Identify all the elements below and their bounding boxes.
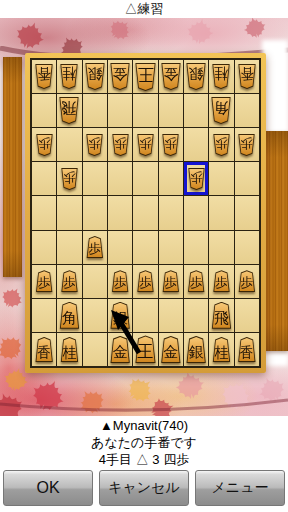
piece-wood-face: 桂 — [61, 65, 77, 88]
board-cell[interactable]: 歩 — [32, 265, 56, 298]
shogi-piece[interactable]: 歩 — [137, 134, 154, 156]
board-cell[interactable]: 角 — [57, 299, 81, 332]
piece-body: 銀 — [110, 302, 130, 329]
board-cell[interactable]: 香 — [235, 333, 259, 366]
piece-wood-face: 歩 — [113, 271, 128, 291]
piece-wood-face: 王 — [136, 336, 155, 362]
piece-kanji: 歩 — [164, 137, 177, 150]
shogi-piece[interactable]: 歩 — [36, 134, 53, 156]
shogi-piece[interactable]: 歩 — [238, 270, 255, 292]
piece-kanji: 歩 — [114, 276, 127, 289]
board-cell[interactable]: 銀 — [184, 333, 208, 366]
piece-kanji: 銀 — [189, 345, 204, 360]
piece-wood-face: 銀 — [187, 337, 205, 362]
piece-wood-face: 歩 — [239, 271, 254, 291]
piece-wood-face: 歩 — [138, 135, 153, 155]
piece-body: 金 — [110, 336, 130, 363]
shogi-piece[interactable]: 歩 — [188, 270, 205, 292]
piece-wood-face: 歩 — [214, 135, 229, 155]
shogi-piece[interactable]: 銀 — [85, 63, 105, 90]
board-cell[interactable]: 歩 — [57, 162, 81, 195]
piece-kanji: 飛 — [62, 100, 77, 115]
board-cell[interactable] — [235, 196, 259, 229]
piece-wood-face: 銀 — [187, 64, 205, 89]
board-cell[interactable] — [209, 231, 233, 264]
piece-body: 歩 — [162, 134, 179, 156]
piece-body: 歩 — [213, 270, 230, 292]
board-cell[interactable]: 歩 — [133, 128, 157, 161]
board-cell[interactable] — [235, 94, 259, 127]
board-cell[interactable]: 桂 — [209, 60, 233, 93]
board-cell[interactable]: 銀 — [108, 299, 132, 332]
shogi-piece[interactable]: 香 — [238, 337, 256, 362]
piece-wood-face: 飛 — [212, 303, 230, 328]
piece-kanji: 香 — [240, 345, 254, 359]
board-cell[interactable]: 歩 — [133, 265, 157, 298]
piece-wood-face: 香 — [239, 338, 255, 361]
piece-kanji: 金 — [113, 345, 128, 360]
board-cell[interactable]: 歩 — [83, 128, 107, 161]
board-cell[interactable] — [159, 94, 183, 127]
piece-wood-face: 王 — [136, 64, 155, 90]
shogi-piece[interactable]: 王 — [135, 63, 156, 91]
board-cell[interactable]: 歩 — [32, 128, 56, 161]
piece-kanji: 香 — [37, 67, 51, 81]
board-cell[interactable]: 銀 — [184, 60, 208, 93]
board-cell[interactable]: 歩 — [209, 265, 233, 298]
board-cell[interactable]: 金 — [108, 60, 132, 93]
piece-body: 飛 — [59, 97, 79, 124]
piece-body: 歩 — [61, 270, 78, 292]
piece-wood-face: 香 — [36, 338, 52, 361]
piece-kanji: 銀 — [189, 66, 204, 81]
turn-message: あなたの手番です — [0, 434, 288, 451]
piece-body: 歩 — [112, 270, 129, 292]
menu-button[interactable]: メニュー — [195, 470, 285, 506]
piece-body: 桂 — [60, 64, 78, 89]
shogi-piece[interactable]: 金 — [161, 63, 181, 90]
shogi-piece[interactable]: 王 — [135, 335, 156, 363]
piece-kanji: 金 — [163, 66, 178, 81]
shogi-piece[interactable]: 歩 — [112, 134, 129, 156]
board-cell[interactable]: 香 — [32, 60, 56, 93]
shogi-piece[interactable]: 歩 — [86, 134, 103, 156]
board-cell[interactable]: 歩 — [83, 231, 107, 264]
piece-kanji: 王 — [137, 66, 153, 82]
piece-body: 桂 — [212, 64, 230, 89]
piece-kanji: 歩 — [114, 137, 127, 150]
shogi-piece[interactable]: 歩 — [162, 134, 179, 156]
shogi-piece[interactable]: 歩 — [61, 270, 78, 292]
shogi-board: 香桂銀金王金銀桂香飛角歩歩歩歩歩歩歩歩歩歩歩歩歩歩歩歩歩歩角銀飛香桂金王金銀桂香 — [25, 53, 266, 373]
piece-wood-face: 桂 — [61, 338, 77, 361]
piece-wood-face: 銀 — [111, 303, 129, 328]
board-cell[interactable]: 王 — [133, 333, 157, 366]
board-cell[interactable] — [159, 196, 183, 229]
piece-body: 歩 — [86, 134, 103, 156]
piece-body: 歩 — [188, 168, 205, 190]
board-cell[interactable]: 歩 — [159, 265, 183, 298]
board-cell[interactable] — [184, 128, 208, 161]
shogi-piece[interactable]: 金 — [161, 336, 181, 363]
shogi-piece[interactable]: 歩 — [137, 270, 154, 292]
board-cell[interactable]: 歩 — [159, 128, 183, 161]
piece-body: 歩 — [137, 134, 154, 156]
piece-kanji: 桂 — [214, 345, 228, 359]
piece-body: 歩 — [112, 134, 129, 156]
board-cell[interactable] — [83, 196, 107, 229]
board-cell[interactable]: 歩 — [184, 265, 208, 298]
piece-kanji: 香 — [37, 345, 51, 359]
piece-wood-face: 歩 — [163, 135, 178, 155]
title-bar: △練習 — [0, 0, 288, 18]
piece-wood-face: 歩 — [62, 169, 77, 189]
shogi-piece[interactable]: 角 — [59, 302, 79, 329]
shogi-piece[interactable]: 歩 — [238, 134, 255, 156]
piece-wood-face: 金 — [162, 64, 180, 89]
page-title: △練習 — [125, 0, 164, 18]
piece-body: 角 — [59, 302, 79, 329]
piece-wood-face: 歩 — [37, 135, 52, 155]
piece-kanji: 桂 — [62, 67, 76, 81]
shogi-piece[interactable]: 歩 — [162, 270, 179, 292]
shogi-piece[interactable]: 桂 — [212, 337, 230, 362]
piece-wood-face: 桂 — [213, 65, 229, 88]
piece-kanji: 歩 — [88, 137, 101, 150]
komadai-left-stand — [3, 57, 22, 277]
piece-kanji: 桂 — [214, 67, 228, 81]
piece-wood-face: 香 — [239, 65, 255, 88]
piece-wood-face: 歩 — [138, 271, 153, 291]
piece-kanji: 銀 — [87, 66, 102, 81]
piece-kanji: 香 — [240, 67, 254, 81]
piece-wood-face: 金 — [111, 337, 129, 362]
piece-wood-face: 歩 — [62, 271, 77, 291]
shogi-piece[interactable]: 桂 — [60, 64, 78, 89]
board-cell[interactable]: 歩 — [209, 128, 233, 161]
piece-wood-face: 角 — [212, 98, 230, 123]
board-cell[interactable] — [57, 231, 81, 264]
piece-body: 香 — [35, 337, 53, 362]
piece-body: 歩 — [213, 134, 230, 156]
piece-wood-face: 香 — [36, 65, 52, 88]
board-cell[interactable]: 金 — [159, 60, 183, 93]
board-cell[interactable] — [235, 162, 259, 195]
board-cell[interactable] — [108, 162, 132, 195]
piece-body: 銀 — [186, 336, 206, 363]
piece-kanji: 銀 — [113, 311, 128, 326]
piece-wood-face: 歩 — [37, 271, 52, 291]
piece-body: 銀 — [186, 63, 206, 90]
board-cell[interactable] — [133, 196, 157, 229]
board-cell[interactable] — [108, 196, 132, 229]
last-move-label: 4手目 △ 3 四歩 — [0, 451, 288, 468]
shogi-piece[interactable]: 角 — [211, 97, 231, 124]
piece-body: 金 — [110, 63, 130, 90]
piece-body: 王 — [135, 335, 156, 363]
status-area: ▲Mynavit(740) あなたの手番です 4手目 △ 3 四歩 — [0, 417, 288, 468]
piece-wood-face: 歩 — [87, 237, 102, 257]
board-cell[interactable]: 金 — [108, 333, 132, 366]
piece-kanji: 歩 — [215, 276, 228, 289]
piece-wood-face: 金 — [111, 64, 129, 89]
button-bar: OK キャンセル メニュー — [3, 470, 285, 506]
board-cell[interactable] — [159, 162, 183, 195]
piece-kanji: 桂 — [62, 345, 76, 359]
board-cell[interactable]: 歩 — [235, 265, 259, 298]
board-cell[interactable] — [209, 162, 233, 195]
piece-body: 銀 — [85, 63, 105, 90]
piece-kanji: 歩 — [190, 171, 203, 184]
board-cell[interactable]: 飛 — [209, 299, 233, 332]
app-screen: △練習 — [0, 0, 288, 512]
shogi-piece[interactable]: 銀 — [110, 302, 130, 329]
board-cell[interactable]: 角 — [209, 94, 233, 127]
piece-body: 香 — [238, 64, 256, 89]
piece-body: 香 — [238, 337, 256, 362]
piece-kanji: 歩 — [240, 276, 253, 289]
piece-body: 歩 — [188, 270, 205, 292]
board-cell[interactable]: 銀 — [83, 60, 107, 93]
piece-wood-face: 飛 — [60, 98, 78, 123]
board-cell[interactable]: 香 — [235, 60, 259, 93]
board-cell[interactable] — [133, 231, 157, 264]
board-cell[interactable] — [235, 299, 259, 332]
board-cell[interactable]: 歩 — [184, 162, 208, 195]
board-cell[interactable] — [83, 94, 107, 127]
board-cell[interactable]: 歩 — [108, 128, 132, 161]
piece-body: 歩 — [137, 270, 154, 292]
board-cell[interactable] — [83, 333, 107, 366]
board-cell[interactable] — [108, 231, 132, 264]
piece-body: 歩 — [162, 270, 179, 292]
piece-kanji: 王 — [137, 344, 153, 360]
shogi-piece[interactable]: 銀 — [186, 63, 206, 90]
board-cell[interactable]: 金 — [159, 333, 183, 366]
piece-body: 王 — [135, 63, 156, 91]
board-cell[interactable] — [184, 231, 208, 264]
piece-body: 香 — [35, 64, 53, 89]
board-cell[interactable]: 桂 — [57, 333, 81, 366]
piece-wood-face: 歩 — [113, 135, 128, 155]
piece-body: 角 — [211, 97, 231, 124]
piece-wood-face: 歩 — [189, 169, 204, 189]
piece-kanji: 歩 — [88, 242, 101, 255]
shogi-piece[interactable]: 歩 — [213, 134, 230, 156]
piece-kanji: 歩 — [139, 137, 152, 150]
piece-kanji: 金 — [163, 345, 178, 360]
piece-kanji: 歩 — [38, 137, 51, 150]
board-cell[interactable] — [159, 299, 183, 332]
piece-wood-face: 歩 — [87, 135, 102, 155]
piece-kanji: 角 — [62, 311, 77, 326]
piece-kanji: 歩 — [63, 276, 76, 289]
piece-kanji: 歩 — [240, 137, 253, 150]
board-cell[interactable] — [159, 231, 183, 264]
shogi-piece[interactable]: 金 — [110, 63, 130, 90]
piece-wood-face: 角 — [60, 303, 78, 328]
piece-wood-face: 歩 — [163, 271, 178, 291]
board-cell[interactable]: 香 — [32, 333, 56, 366]
piece-wood-face: 銀 — [86, 64, 104, 89]
komadai-right-stand — [263, 131, 288, 351]
board-cell[interactable] — [133, 94, 157, 127]
board-cell[interactable] — [32, 162, 56, 195]
board-cell[interactable]: 王 — [133, 60, 157, 93]
cancel-button[interactable]: キャンセル — [99, 470, 189, 506]
shogi-piece[interactable]: 飛 — [211, 302, 231, 329]
piece-body: 金 — [161, 336, 181, 363]
piece-body: 歩 — [36, 134, 53, 156]
shogi-piece[interactable]: 香 — [35, 337, 53, 362]
shogi-piece[interactable]: 歩 — [61, 168, 78, 190]
piece-body: 歩 — [36, 270, 53, 292]
shogi-piece[interactable]: 歩 — [213, 270, 230, 292]
shogi-piece[interactable]: 歩 — [188, 168, 205, 190]
piece-kanji: 歩 — [139, 276, 152, 289]
board-cell[interactable]: 桂 — [209, 333, 233, 366]
board-cell[interactable] — [235, 231, 259, 264]
board-cell[interactable]: 桂 — [57, 60, 81, 93]
shogi-piece[interactable]: 歩 — [86, 236, 103, 258]
board-grid: 香桂銀金王金銀桂香飛角歩歩歩歩歩歩歩歩歩歩歩歩歩歩歩歩歩歩角銀飛香桂金王金銀桂香 — [30, 58, 261, 368]
board-cell[interactable] — [32, 231, 56, 264]
piece-body: 桂 — [60, 337, 78, 362]
board-cell[interactable] — [133, 299, 157, 332]
board-cell[interactable] — [108, 94, 132, 127]
board-cell[interactable] — [57, 128, 81, 161]
board-cell[interactable] — [209, 196, 233, 229]
piece-kanji: 歩 — [38, 276, 51, 289]
board-cell[interactable] — [32, 299, 56, 332]
board-cell[interactable]: 歩 — [235, 128, 259, 161]
piece-body: 歩 — [61, 168, 78, 190]
board-cell[interactable] — [83, 299, 107, 332]
board-cell[interactable]: 歩 — [108, 265, 132, 298]
piece-kanji: 歩 — [190, 276, 203, 289]
board-cell[interactable] — [184, 299, 208, 332]
board-cell[interactable]: 歩 — [57, 265, 81, 298]
player-name: ▲Mynavit(740) — [0, 417, 288, 434]
piece-body: 飛 — [211, 302, 231, 329]
shogi-piece[interactable]: 銀 — [186, 336, 206, 363]
board-cell[interactable] — [184, 196, 208, 229]
shogi-piece[interactable]: 桂 — [212, 64, 230, 89]
piece-kanji: 金 — [113, 66, 128, 81]
piece-body: 歩 — [238, 270, 255, 292]
piece-wood-face: 金 — [162, 337, 180, 362]
piece-wood-face: 歩 — [239, 135, 254, 155]
piece-body: 歩 — [86, 236, 103, 258]
board-cell[interactable] — [83, 162, 107, 195]
board-cell[interactable] — [32, 94, 56, 127]
shogi-piece[interactable]: 飛 — [59, 97, 79, 124]
board-cell[interactable] — [184, 94, 208, 127]
piece-kanji: 歩 — [215, 137, 228, 150]
shogi-piece[interactable]: 桂 — [60, 337, 78, 362]
board-cell[interactable] — [57, 196, 81, 229]
piece-kanji: 歩 — [63, 171, 76, 184]
piece-wood-face: 桂 — [213, 338, 229, 361]
shogi-piece[interactable]: 歩 — [112, 270, 129, 292]
shogi-piece[interactable]: 歩 — [36, 270, 53, 292]
piece-body: 桂 — [212, 337, 230, 362]
piece-kanji: 歩 — [164, 276, 177, 289]
board-cell[interactable]: 飛 — [57, 94, 81, 127]
shogi-piece[interactable]: 香 — [238, 64, 256, 89]
board-cell[interactable] — [32, 196, 56, 229]
board-cell[interactable] — [83, 265, 107, 298]
piece-kanji: 飛 — [214, 311, 229, 326]
ok-button[interactable]: OK — [3, 470, 93, 506]
board-cell[interactable] — [133, 162, 157, 195]
shogi-piece[interactable]: 香 — [35, 64, 53, 89]
piece-wood-face: 歩 — [214, 271, 229, 291]
shogi-piece[interactable]: 金 — [110, 336, 130, 363]
piece-kanji: 角 — [214, 100, 229, 115]
piece-wood-face: 歩 — [189, 271, 204, 291]
piece-body: 歩 — [238, 134, 255, 156]
piece-body: 金 — [161, 63, 181, 90]
